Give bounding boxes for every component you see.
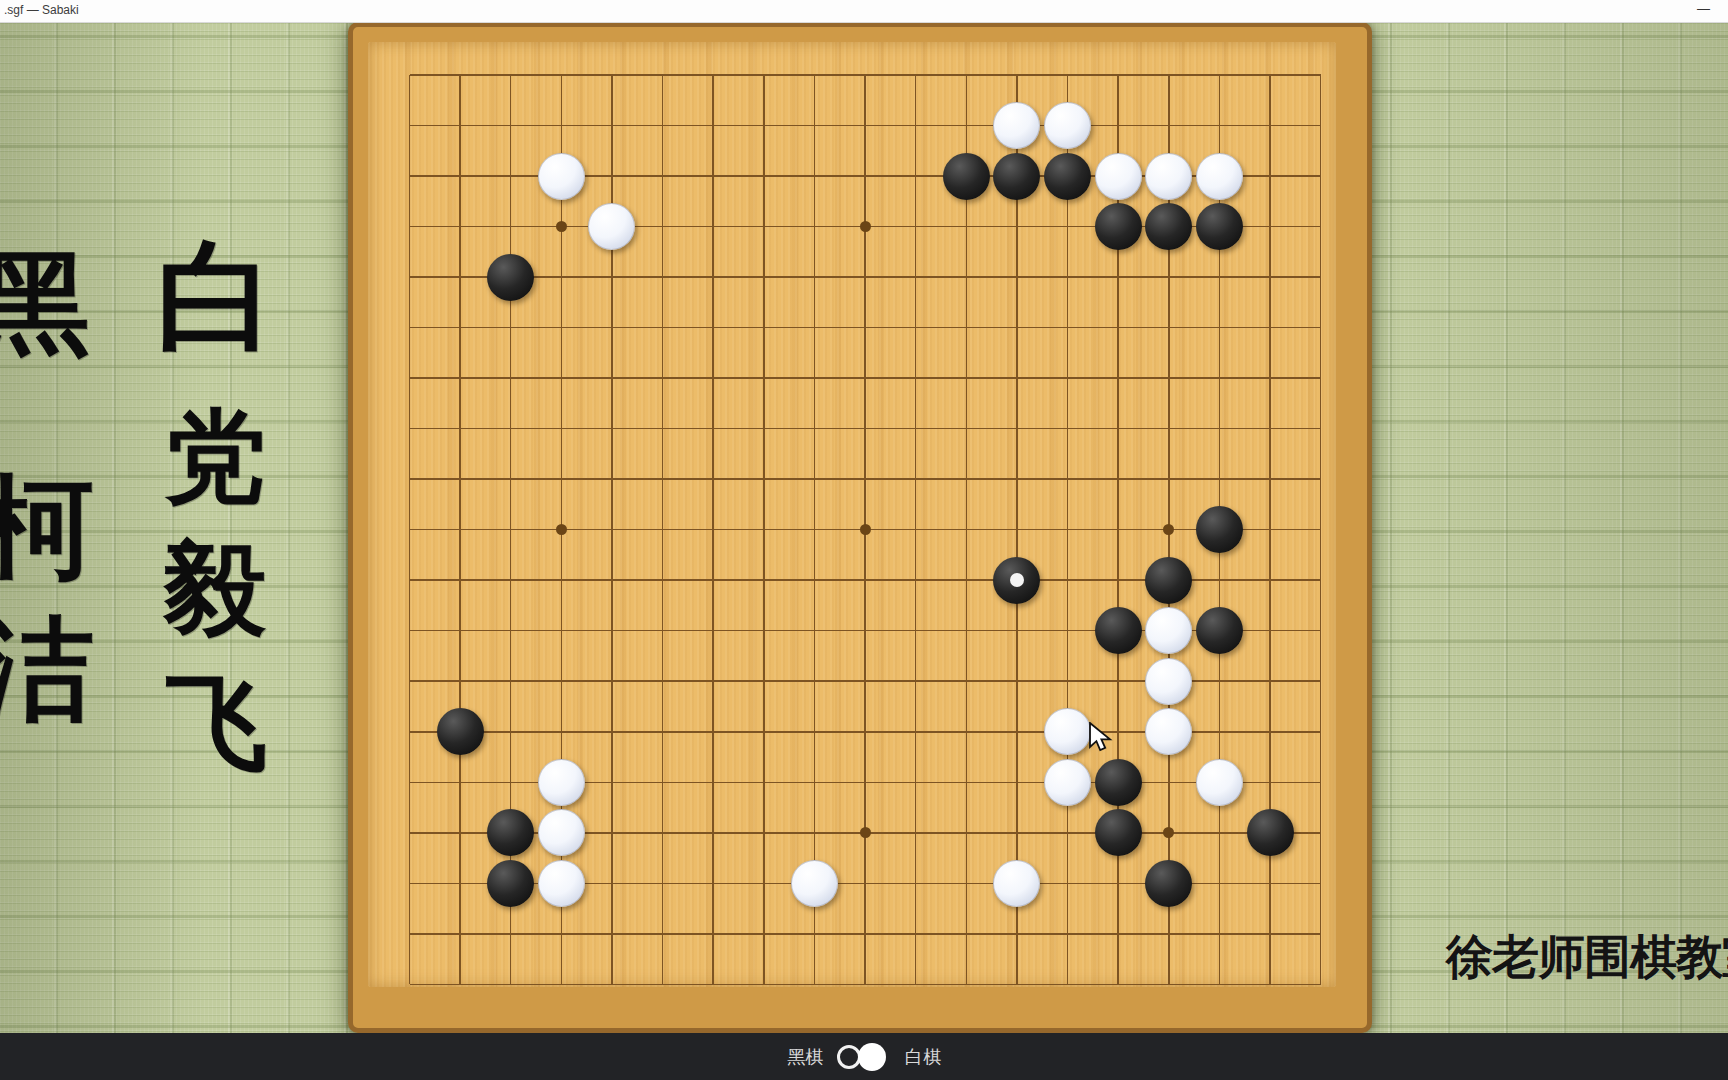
bottom-bar: 黑棋 白棋 <box>0 1033 1728 1080</box>
white-player-name-char-1: 党 <box>164 406 266 508</box>
classroom-watermark: 徐老师围棋教室 <box>1446 926 1728 989</box>
window-title: .sgf — Sabaki <box>4 3 79 17</box>
minimize-button[interactable]: — <box>1697 1 1710 16</box>
toggle-white-knob-icon <box>858 1043 886 1071</box>
white-side-label: 白 <box>156 236 276 356</box>
board-surface[interactable] <box>368 42 1336 987</box>
stone-color-toggle[interactable] <box>837 1043 891 1071</box>
black-side-label: 黑 <box>0 248 90 360</box>
toggle-black-label: 黑棋 <box>787 1045 823 1069</box>
white-player-name-char-2: 毅 <box>164 538 266 640</box>
tatami-background: 黑 柯 洁 白 党 毅 飞 徐老师围棋教室 <box>0 0 1728 1080</box>
mouse-cursor <box>1088 722 1114 752</box>
title-bar: .sgf — Sabaki — <box>0 0 1728 23</box>
black-player-name-char-1: 柯 <box>0 472 94 584</box>
black-player-name-char-2: 洁 <box>0 614 94 726</box>
toggle-white-label: 白棋 <box>905 1045 941 1069</box>
white-player-name-char-3: 飞 <box>166 672 268 774</box>
go-board[interactable] <box>348 22 1372 1033</box>
